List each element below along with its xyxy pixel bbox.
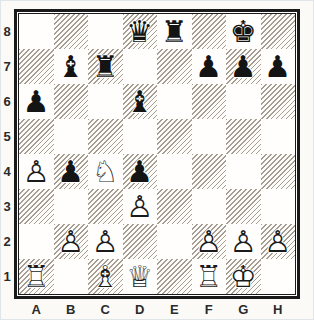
square-d8: ♛	[123, 14, 158, 49]
white-pawn-b2: ♟♙	[54, 224, 89, 259]
square-a5	[19, 119, 54, 154]
file-label-f: F	[192, 300, 227, 318]
square-g2: ♟♙	[226, 224, 261, 259]
square-d7	[123, 49, 158, 84]
square-c5	[88, 119, 123, 154]
square-g5	[226, 119, 261, 154]
square-c1: ♝♗	[88, 259, 123, 294]
square-b6	[54, 84, 89, 119]
rank-label-5: 5	[1, 119, 13, 154]
square-h6	[261, 84, 296, 119]
white-rook-f1: ♜♖	[192, 259, 227, 294]
square-d4: ♟	[123, 154, 158, 189]
square-e1	[157, 259, 192, 294]
square-a6: ♟	[19, 84, 54, 119]
rank-labels: 87654321	[1, 14, 13, 294]
square-h8	[261, 14, 296, 49]
square-f6	[192, 84, 227, 119]
square-h1	[261, 259, 296, 294]
square-d6: ♝	[123, 84, 158, 119]
white-pawn-f2: ♟♙	[192, 224, 227, 259]
file-label-c: C	[88, 300, 123, 318]
square-d2	[123, 224, 158, 259]
white-pawn-d3: ♟♙	[123, 189, 158, 224]
square-g8: ♚	[226, 14, 261, 49]
square-g4	[226, 154, 261, 189]
square-c7: ♜	[88, 49, 123, 84]
rank-label-2: 2	[1, 224, 13, 259]
file-label-d: D	[123, 300, 158, 318]
square-d1: ♛♕	[123, 259, 158, 294]
white-pawn-g2: ♟♙	[226, 224, 261, 259]
black-bishop-b7: ♝	[54, 49, 89, 84]
black-queen-d8: ♛	[123, 14, 158, 49]
square-c4: ♞♘	[88, 154, 123, 189]
square-e8: ♜	[157, 14, 192, 49]
rank-label-1: 1	[1, 259, 13, 294]
file-label-b: B	[54, 300, 89, 318]
file-label-a: A	[19, 300, 54, 318]
square-f2: ♟♙	[192, 224, 227, 259]
square-f4	[192, 154, 227, 189]
black-pawn-b4: ♟	[54, 154, 89, 189]
square-h4	[261, 154, 296, 189]
square-f7: ♟	[192, 49, 227, 84]
square-f1: ♜♖	[192, 259, 227, 294]
square-a4: ♟♙	[19, 154, 54, 189]
black-king-g8: ♚	[226, 14, 261, 49]
square-a8	[19, 14, 54, 49]
square-b3	[54, 189, 89, 224]
rank-label-6: 6	[1, 84, 13, 119]
square-f8	[192, 14, 227, 49]
square-c2: ♟♙	[88, 224, 123, 259]
rank-label-3: 3	[1, 189, 13, 224]
white-rook-a1: ♜♖	[19, 259, 54, 294]
square-g7: ♟	[226, 49, 261, 84]
rank-label-7: 7	[1, 49, 13, 84]
square-b1	[54, 259, 89, 294]
square-c6	[88, 84, 123, 119]
board: ♛♜♚♝♜♟♟♟♟♝♟♙♟♞♘♟♟♙♟♙♟♙♟♙♟♙♟♙♜♖♝♗♛♕♜♖♚♔	[18, 13, 296, 295]
square-h3	[261, 189, 296, 224]
square-e6	[157, 84, 192, 119]
square-e3	[157, 189, 192, 224]
square-b7: ♝	[54, 49, 89, 84]
square-e7	[157, 49, 192, 84]
square-a3	[19, 189, 54, 224]
square-b2: ♟♙	[54, 224, 89, 259]
square-d5	[123, 119, 158, 154]
file-label-g: G	[226, 300, 261, 318]
rank-label-4: 4	[1, 154, 13, 189]
file-labels: ABCDEFGH	[19, 300, 295, 318]
square-h7: ♟	[261, 49, 296, 84]
black-rook-c7: ♜	[88, 49, 123, 84]
board-frame: ♛♜♚♝♜♟♟♟♟♝♟♙♟♞♘♟♟♙♟♙♟♙♟♙♟♙♟♙♜♖♝♗♛♕♜♖♚♔	[14, 9, 300, 299]
white-queen-d1: ♛♕	[123, 259, 158, 294]
square-d3: ♟♙	[123, 189, 158, 224]
white-pawn-c2: ♟♙	[88, 224, 123, 259]
square-c3	[88, 189, 123, 224]
chess-diagram: 87654321 ♛♜♚♝♜♟♟♟♟♝♟♙♟♞♘♟♟♙♟♙♟♙♟♙♟♙♟♙♜♖♝…	[0, 0, 314, 320]
square-e5	[157, 119, 192, 154]
square-f5	[192, 119, 227, 154]
file-label-h: H	[261, 300, 296, 318]
square-g1: ♚♔	[226, 259, 261, 294]
black-pawn-f7: ♟	[192, 49, 227, 84]
black-pawn-g7: ♟	[226, 49, 261, 84]
square-h5	[261, 119, 296, 154]
square-f3	[192, 189, 227, 224]
square-h2: ♟♙	[261, 224, 296, 259]
white-pawn-a4: ♟♙	[19, 154, 54, 189]
square-b8	[54, 14, 89, 49]
square-a2	[19, 224, 54, 259]
square-g3	[226, 189, 261, 224]
file-label-e: E	[157, 300, 192, 318]
square-b4: ♟	[54, 154, 89, 189]
white-king-g1: ♚♔	[226, 259, 261, 294]
square-g6	[226, 84, 261, 119]
white-pawn-h2: ♟♙	[261, 224, 296, 259]
square-e2	[157, 224, 192, 259]
rank-label-8: 8	[1, 14, 13, 49]
square-a1: ♜♖	[19, 259, 54, 294]
square-b5	[54, 119, 89, 154]
square-c8	[88, 14, 123, 49]
square-a7	[19, 49, 54, 84]
black-bishop-d6: ♝	[123, 84, 158, 119]
square-e4	[157, 154, 192, 189]
black-pawn-a6: ♟	[19, 84, 54, 119]
white-knight-c4: ♞♘	[88, 154, 123, 189]
black-pawn-h7: ♟	[261, 49, 296, 84]
white-bishop-c1: ♝♗	[88, 259, 123, 294]
black-pawn-d4: ♟	[123, 154, 158, 189]
black-rook-e8: ♜	[157, 14, 192, 49]
